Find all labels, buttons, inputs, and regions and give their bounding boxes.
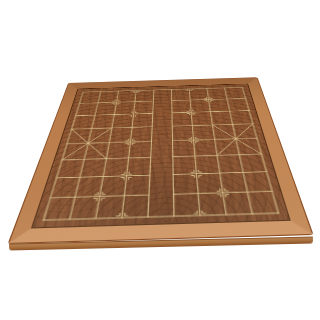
product-photo — [0, 0, 320, 320]
point-markers — [90, 89, 232, 217]
xiangqi-board — [9, 78, 312, 243]
board-perspective-wrapper — [43, 22, 282, 261]
grid-lines — [43, 87, 278, 220]
